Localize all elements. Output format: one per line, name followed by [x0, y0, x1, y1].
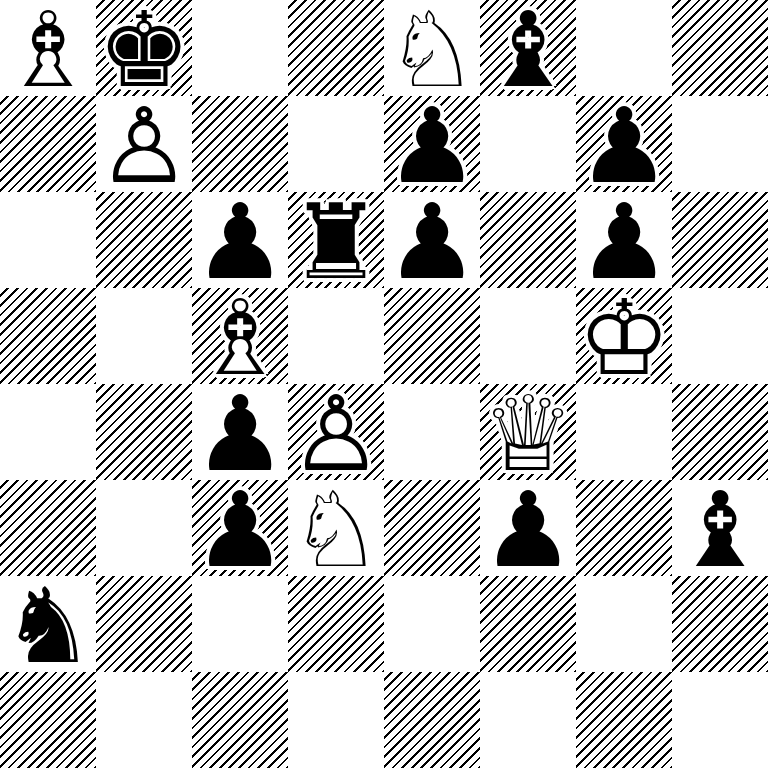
square-g6[interactable]: ♟♟ [576, 192, 672, 288]
piece-ink-layer: ♟ [480, 480, 576, 580]
square-h2[interactable] [672, 576, 768, 672]
square-h6[interactable] [672, 192, 768, 288]
square-e3[interactable] [384, 480, 480, 576]
square-a8[interactable]: ♝♗ [0, 0, 96, 96]
piece-ink-layer: ♞ [0, 576, 96, 676]
square-f6[interactable] [480, 192, 576, 288]
square-d1[interactable] [288, 672, 384, 768]
square-f4[interactable]: ♛♕ [480, 384, 576, 480]
square-h4[interactable] [672, 384, 768, 480]
square-g4[interactable] [576, 384, 672, 480]
square-f5[interactable] [480, 288, 576, 384]
piece-black-king[interactable]: ♚♚ [96, 0, 192, 96]
square-b2[interactable] [96, 576, 192, 672]
square-f1[interactable] [480, 672, 576, 768]
square-d6[interactable]: ♜♜ [288, 192, 384, 288]
square-a4[interactable] [0, 384, 96, 480]
square-e2[interactable] [384, 576, 480, 672]
square-d4[interactable]: ♟♙ [288, 384, 384, 480]
square-g1[interactable] [576, 672, 672, 768]
piece-ink-layer: ♘ [288, 480, 384, 580]
square-c4[interactable]: ♟♟ [192, 384, 288, 480]
piece-white-knight[interactable]: ♞♘ [288, 480, 384, 576]
square-d2[interactable] [288, 576, 384, 672]
piece-black-rook[interactable]: ♜♜ [288, 192, 384, 288]
chess-board: ♝♗♚♚♞♘♝♝♟♙♟♟♟♟♟♟♜♜♟♟♟♟♝♗♚♔♟♟♟♙♛♕♟♟♞♘♟♟♝♝… [0, 0, 768, 768]
piece-ink-layer: ♝ [672, 480, 768, 580]
square-a1[interactable] [0, 672, 96, 768]
square-h1[interactable] [672, 672, 768, 768]
square-e7[interactable]: ♟♟ [384, 96, 480, 192]
square-e6[interactable]: ♟♟ [384, 192, 480, 288]
square-e1[interactable] [384, 672, 480, 768]
square-a2[interactable]: ♞♞ [0, 576, 96, 672]
piece-black-knight[interactable]: ♞♞ [0, 576, 96, 672]
square-e8[interactable]: ♞♘ [384, 0, 480, 96]
square-b6[interactable] [96, 192, 192, 288]
square-f3[interactable]: ♟♟ [480, 480, 576, 576]
square-b8[interactable]: ♚♚ [96, 0, 192, 96]
square-g5[interactable]: ♚♔ [576, 288, 672, 384]
square-d8[interactable] [288, 0, 384, 96]
square-h7[interactable] [672, 96, 768, 192]
piece-ink-layer: ♟ [384, 192, 480, 292]
square-b4[interactable] [96, 384, 192, 480]
piece-black-pawn[interactable]: ♟♟ [384, 192, 480, 288]
piece-black-pawn[interactable]: ♟♟ [480, 480, 576, 576]
square-c8[interactable] [192, 0, 288, 96]
piece-white-bishop[interactable]: ♝♗ [192, 288, 288, 384]
square-h3[interactable]: ♝♝ [672, 480, 768, 576]
square-f8[interactable]: ♝♝ [480, 0, 576, 96]
square-b3[interactable] [96, 480, 192, 576]
square-e4[interactable] [384, 384, 480, 480]
piece-white-pawn[interactable]: ♟♙ [96, 96, 192, 192]
piece-ink-layer: ♙ [96, 96, 192, 196]
square-h8[interactable] [672, 0, 768, 96]
square-c6[interactable]: ♟♟ [192, 192, 288, 288]
square-a3[interactable] [0, 480, 96, 576]
square-f7[interactable] [480, 96, 576, 192]
piece-black-pawn[interactable]: ♟♟ [384, 96, 480, 192]
square-a7[interactable] [0, 96, 96, 192]
piece-black-pawn[interactable]: ♟♟ [192, 384, 288, 480]
square-b7[interactable]: ♟♙ [96, 96, 192, 192]
piece-black-pawn[interactable]: ♟♟ [576, 192, 672, 288]
piece-black-pawn[interactable]: ♟♟ [192, 192, 288, 288]
piece-ink-layer: ♟ [192, 480, 288, 580]
square-f2[interactable] [480, 576, 576, 672]
piece-white-pawn[interactable]: ♟♙ [288, 384, 384, 480]
piece-black-pawn[interactable]: ♟♟ [576, 96, 672, 192]
square-c5[interactable]: ♝♗ [192, 288, 288, 384]
square-c3[interactable]: ♟♟ [192, 480, 288, 576]
square-c7[interactable] [192, 96, 288, 192]
piece-ink-layer: ♝ [480, 0, 576, 100]
piece-white-queen[interactable]: ♛♕ [480, 384, 576, 480]
square-b5[interactable] [96, 288, 192, 384]
square-c1[interactable] [192, 672, 288, 768]
piece-white-king[interactable]: ♚♔ [576, 288, 672, 384]
piece-white-knight[interactable]: ♞♘ [384, 0, 480, 96]
square-a5[interactable] [0, 288, 96, 384]
piece-ink-layer: ♜ [288, 192, 384, 292]
piece-black-bishop[interactable]: ♝♝ [672, 480, 768, 576]
square-g3[interactable] [576, 480, 672, 576]
piece-black-bishop[interactable]: ♝♝ [480, 0, 576, 96]
square-d3[interactable]: ♞♘ [288, 480, 384, 576]
piece-ink-layer: ♔ [576, 288, 672, 388]
square-a6[interactable] [0, 192, 96, 288]
square-g7[interactable]: ♟♟ [576, 96, 672, 192]
square-g8[interactable] [576, 0, 672, 96]
square-h5[interactable] [672, 288, 768, 384]
square-c2[interactable] [192, 576, 288, 672]
piece-white-bishop[interactable]: ♝♗ [0, 0, 96, 96]
piece-ink-layer: ♗ [0, 0, 96, 100]
square-d5[interactable] [288, 288, 384, 384]
square-d7[interactable] [288, 96, 384, 192]
square-g2[interactable] [576, 576, 672, 672]
square-e5[interactable] [384, 288, 480, 384]
square-b1[interactable] [96, 672, 192, 768]
piece-black-pawn[interactable]: ♟♟ [192, 480, 288, 576]
